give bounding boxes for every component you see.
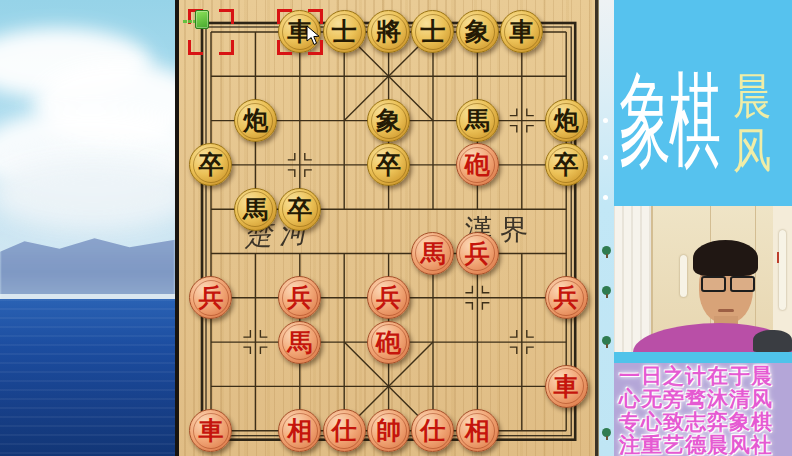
motto-line: 心无旁骛沐清风 <box>613 387 792 410</box>
piece-rk[interactable]: 帥 <box>367 409 410 452</box>
piece-rn[interactable]: 馬 <box>411 232 454 275</box>
door-handle <box>779 230 786 310</box>
piece-rb[interactable]: 相 <box>456 409 499 452</box>
cloud-dot-icon <box>603 195 608 200</box>
tree-icon <box>602 428 611 437</box>
piece-bc[interactable]: 炮 <box>545 99 588 142</box>
piece-ra[interactable]: 仕 <box>411 409 454 452</box>
divider-bar <box>598 352 792 363</box>
cloud-dot-icon <box>603 118 608 123</box>
piece-bb[interactable]: 象 <box>367 99 410 142</box>
person-hair <box>693 240 758 276</box>
motto-line: 专心致志弈象棋 <box>613 410 792 433</box>
piece-bn[interactable]: 馬 <box>234 188 277 231</box>
decorative-border-strip <box>598 0 614 456</box>
piece-rp[interactable]: 兵 <box>278 276 321 319</box>
cloud <box>0 158 175 232</box>
green-signal-icon <box>183 10 209 30</box>
piece-br[interactable]: 車 <box>278 10 321 53</box>
cloud-dot-icon <box>603 155 608 160</box>
mountains <box>0 228 175 302</box>
glasses-icon <box>701 276 755 292</box>
motto-line: 注重艺德晨风社 <box>613 433 792 456</box>
piece-bc[interactable]: 炮 <box>234 99 277 142</box>
piece-br[interactable]: 車 <box>500 10 543 53</box>
piece-bp[interactable]: 卒 <box>278 188 321 231</box>
channel-motto: 一日之计在于晨 心无旁骛沐清风 专心致志弈象棋 注重艺德晨风社 <box>613 361 792 456</box>
webcam-video <box>613 206 792 352</box>
tree-icon <box>602 246 611 255</box>
piece-ba[interactable]: 士 <box>411 10 454 53</box>
piece-ba[interactable]: 士 <box>323 10 366 53</box>
piece-rp[interactable]: 兵 <box>456 232 499 275</box>
piece-rn[interactable]: 馬 <box>278 321 321 364</box>
piece-rc[interactable]: 砲 <box>367 321 410 364</box>
piece-bp[interactable]: 卒 <box>189 143 232 186</box>
landscape-background <box>0 0 175 456</box>
stream-side-panel: 象棋 晨风 一日之计在于晨 心无旁骛沐清风 专心致志弈象棋 注重艺德晨风社 <box>598 0 792 456</box>
curtain <box>613 206 651 352</box>
piece-rp[interactable]: 兵 <box>367 276 410 319</box>
piece-rb[interactable]: 相 <box>278 409 321 452</box>
tree-icon <box>602 336 611 345</box>
motto-line: 一日之计在于晨 <box>613 364 792 387</box>
piece-rr[interactable]: 車 <box>189 409 232 452</box>
door-handle <box>680 255 687 297</box>
piece-bk[interactable]: 將 <box>367 10 410 53</box>
board-left-edge <box>175 0 179 456</box>
piece-bb[interactable]: 象 <box>456 10 499 53</box>
tree-icon <box>602 286 611 295</box>
channel-banner: 象棋 晨风 <box>613 0 792 206</box>
piece-bp[interactable]: 卒 <box>367 143 410 186</box>
board-right-edge <box>595 0 598 456</box>
channel-title: 象棋 <box>619 68 719 172</box>
person-mouth <box>718 309 734 312</box>
sea <box>0 299 175 456</box>
stage: 楚河 漢界 車士將士象車炮象馬炮卒卒砲卒馬卒馬兵兵兵兵兵馬砲車車相仕帥仕相 <box>0 0 792 456</box>
channel-subtitle: 晨风 <box>733 70 775 178</box>
piece-bp[interactable]: 卒 <box>545 143 588 186</box>
piece-rc[interactable]: 砲 <box>456 143 499 186</box>
piece-rr[interactable]: 車 <box>545 365 588 408</box>
headset-icon <box>753 330 792 352</box>
piece-bn[interactable]: 馬 <box>456 99 499 142</box>
piece-ra[interactable]: 仕 <box>323 409 366 452</box>
piece-rp[interactable]: 兵 <box>189 276 232 319</box>
xiangqi-board[interactable]: 楚河 漢界 車士將士象車炮象馬炮卒卒砲卒馬卒馬兵兵兵兵兵馬砲車車相仕帥仕相 <box>175 0 598 456</box>
board-grid[interactable]: 車士將士象車炮象馬炮卒卒砲卒馬卒馬兵兵兵兵兵馬砲車車相仕帥仕相 <box>189 10 589 453</box>
piece-rp[interactable]: 兵 <box>545 276 588 319</box>
wardrobe-seam <box>651 206 653 352</box>
